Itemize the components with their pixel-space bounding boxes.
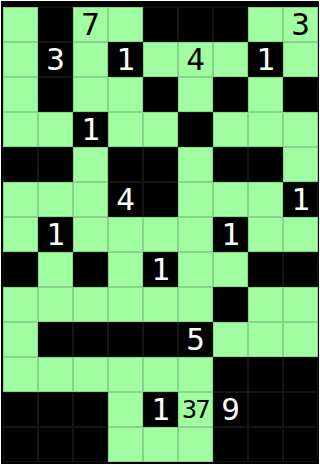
cell-r6c5[interactable]	[143, 182, 178, 217]
cell-r8c8[interactable]	[248, 252, 283, 287]
cell-r12c6-clue-37[interactable]: 37	[178, 392, 213, 427]
cell-r1c4[interactable]	[108, 7, 143, 42]
cell-r9c3[interactable]	[73, 287, 108, 322]
cell-r4c8[interactable]	[248, 112, 283, 147]
cell-r9c7[interactable]	[213, 287, 248, 322]
cell-r8c1[interactable]	[3, 252, 38, 287]
cell-r9c2[interactable]	[38, 287, 73, 322]
cell-r8c6[interactable]	[178, 252, 213, 287]
cell-r11c8[interactable]	[248, 357, 283, 392]
cell-r11c4[interactable]	[108, 357, 143, 392]
cell-r5c8[interactable]	[248, 147, 283, 182]
cell-r3c8[interactable]	[248, 77, 283, 112]
cell-r13c8[interactable]	[248, 427, 283, 462]
cell-r5c9[interactable]	[283, 147, 318, 182]
cell-r7c5[interactable]	[143, 217, 178, 252]
cell-r12c9[interactable]	[283, 392, 318, 427]
puzzle-grid: 73314114111151379	[3, 7, 318, 462]
cell-r4c1[interactable]	[3, 112, 38, 147]
cell-r7c1[interactable]	[3, 217, 38, 252]
cell-r3c4[interactable]	[108, 77, 143, 112]
cell-r8c9[interactable]	[283, 252, 318, 287]
cell-r6c9-clue-1[interactable]: 1	[283, 182, 318, 217]
cell-r7c9[interactable]	[283, 217, 318, 252]
cell-r13c6[interactable]	[178, 427, 213, 462]
cell-r3c6[interactable]	[178, 77, 213, 112]
cell-r5c7[interactable]	[213, 147, 248, 182]
cell-r2c6-clue-4[interactable]: 4	[178, 42, 213, 77]
cell-r13c4[interactable]	[108, 427, 143, 462]
cell-r4c9[interactable]	[283, 112, 318, 147]
cell-r2c2-clue-3[interactable]: 3	[38, 42, 73, 77]
cell-r2c5[interactable]	[143, 42, 178, 77]
cell-r9c4[interactable]	[108, 287, 143, 322]
cell-r7c6[interactable]	[178, 217, 213, 252]
cell-r10c2[interactable]	[38, 322, 73, 357]
cell-r10c7[interactable]	[213, 322, 248, 357]
cell-r7c4[interactable]	[108, 217, 143, 252]
cell-r4c2[interactable]	[38, 112, 73, 147]
cell-r5c6[interactable]	[178, 147, 213, 182]
cell-r3c2[interactable]	[38, 77, 73, 112]
cell-r8c5-clue-1[interactable]: 1	[143, 252, 178, 287]
cell-r10c1[interactable]	[3, 322, 38, 357]
cell-r12c2[interactable]	[38, 392, 73, 427]
cell-r4c3-clue-1[interactable]: 1	[73, 112, 108, 147]
cell-r9c6[interactable]	[178, 287, 213, 322]
cell-r11c2[interactable]	[38, 357, 73, 392]
cell-r12c1[interactable]	[3, 392, 38, 427]
cell-r5c1[interactable]	[3, 147, 38, 182]
cell-r11c5[interactable]	[143, 357, 178, 392]
cell-r13c5[interactable]	[143, 427, 178, 462]
cell-r4c6[interactable]	[178, 112, 213, 147]
cell-r2c3[interactable]	[73, 42, 108, 77]
cell-r8c2[interactable]	[38, 252, 73, 287]
cell-r1c8[interactable]	[248, 7, 283, 42]
cell-r10c8[interactable]	[248, 322, 283, 357]
cell-r1c3-clue-7[interactable]: 7	[73, 7, 108, 42]
cell-r10c5[interactable]	[143, 322, 178, 357]
cell-r5c5[interactable]	[143, 147, 178, 182]
cell-r8c3[interactable]	[73, 252, 108, 287]
cell-r6c1[interactable]	[3, 182, 38, 217]
cell-r2c9[interactable]	[283, 42, 318, 77]
cell-r1c2[interactable]	[38, 7, 73, 42]
cell-r2c7[interactable]	[213, 42, 248, 77]
cell-r5c3[interactable]	[73, 147, 108, 182]
cell-r13c3[interactable]	[73, 427, 108, 462]
cell-r1c9-clue-3[interactable]: 3	[283, 7, 318, 42]
cell-r11c9[interactable]	[283, 357, 318, 392]
cell-r1c1[interactable]	[3, 7, 38, 42]
cell-r13c9[interactable]	[283, 427, 318, 462]
cell-r4c4[interactable]	[108, 112, 143, 147]
cell-r12c3[interactable]	[73, 392, 108, 427]
cell-r9c8[interactable]	[248, 287, 283, 322]
cell-r10c3[interactable]	[73, 322, 108, 357]
cell-r6c8[interactable]	[248, 182, 283, 217]
cell-r1c7[interactable]	[213, 7, 248, 42]
cell-r6c6[interactable]	[178, 182, 213, 217]
cell-r4c5[interactable]	[143, 112, 178, 147]
cell-r5c2[interactable]	[38, 147, 73, 182]
cell-r5c4[interactable]	[108, 147, 143, 182]
cell-r12c7-clue-9[interactable]: 9	[213, 392, 248, 427]
cell-r7c3[interactable]	[73, 217, 108, 252]
cell-r11c6[interactable]	[178, 357, 213, 392]
cell-r6c7[interactable]	[213, 182, 248, 217]
cell-r13c2[interactable]	[38, 427, 73, 462]
cell-r6c4-clue-4[interactable]: 4	[108, 182, 143, 217]
cell-r1c5[interactable]	[143, 7, 178, 42]
cell-r3c9[interactable]	[283, 77, 318, 112]
cell-r11c1[interactable]	[3, 357, 38, 392]
cell-r13c1[interactable]	[3, 427, 38, 462]
cell-r11c3[interactable]	[73, 357, 108, 392]
cell-r11c7[interactable]	[213, 357, 248, 392]
cell-r3c5[interactable]	[143, 77, 178, 112]
puzzle-board: 73314114111151379	[1, 1, 319, 464]
cell-r12c4[interactable]	[108, 392, 143, 427]
cell-r9c9[interactable]	[283, 287, 318, 322]
cell-r7c7-clue-1[interactable]: 1	[213, 217, 248, 252]
cell-r9c5[interactable]	[143, 287, 178, 322]
cell-r6c3[interactable]	[73, 182, 108, 217]
cell-r12c8[interactable]	[248, 392, 283, 427]
cell-r10c6-clue-5[interactable]: 5	[178, 322, 213, 357]
cell-r6c2[interactable]	[38, 182, 73, 217]
cell-r7c8[interactable]	[248, 217, 283, 252]
cell-r1c6[interactable]	[178, 7, 213, 42]
cell-r8c4[interactable]	[108, 252, 143, 287]
cell-r12c5-clue-1[interactable]: 1	[143, 392, 178, 427]
cell-r2c8-clue-1[interactable]: 1	[248, 42, 283, 77]
cell-r2c4-clue-1[interactable]: 1	[108, 42, 143, 77]
cell-r2c1[interactable]	[3, 42, 38, 77]
cell-r3c7[interactable]	[213, 77, 248, 112]
cell-r8c7[interactable]	[213, 252, 248, 287]
cell-r3c1[interactable]	[3, 77, 38, 112]
cell-r7c2-clue-1[interactable]: 1	[38, 217, 73, 252]
cell-r10c4[interactable]	[108, 322, 143, 357]
cell-r9c1[interactable]	[3, 287, 38, 322]
cell-r4c7[interactable]	[213, 112, 248, 147]
cell-r3c3[interactable]	[73, 77, 108, 112]
cell-r10c9[interactable]	[283, 322, 318, 357]
cell-r13c7[interactable]	[213, 427, 248, 462]
